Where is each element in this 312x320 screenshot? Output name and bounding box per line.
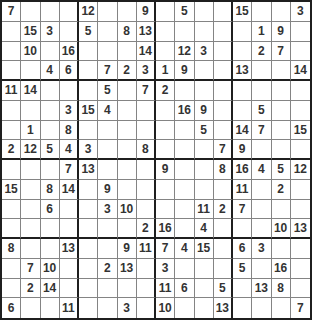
cell-r8c9[interactable] — [156, 140, 175, 160]
cell-r16c15[interactable] — [272, 298, 291, 318]
cell-r8c6[interactable] — [98, 140, 117, 160]
cell-r3c1[interactable] — [2, 42, 21, 62]
cell-r7c16[interactable]: 15 — [291, 121, 310, 141]
cell-r5c14[interactable] — [252, 81, 271, 101]
cell-r13c11[interactable]: 15 — [195, 239, 214, 259]
cell-r4c7[interactable]: 2 — [118, 61, 137, 81]
cell-r6c12[interactable] — [214, 101, 233, 121]
cell-r11c1[interactable] — [2, 200, 21, 220]
cell-r2c2[interactable]: 15 — [21, 22, 40, 42]
cell-r3c2[interactable]: 10 — [21, 42, 40, 62]
cell-r15c8[interactable] — [137, 279, 156, 299]
cell-r11c12[interactable]: 2 — [214, 200, 233, 220]
cell-r1c5[interactable]: 12 — [79, 2, 98, 22]
cell-r7c6[interactable] — [98, 121, 117, 141]
cell-r12c5[interactable] — [79, 219, 98, 239]
cell-r9c12[interactable]: 8 — [214, 160, 233, 180]
cell-r12c3[interactable] — [41, 219, 60, 239]
cell-r3c11[interactable]: 3 — [195, 42, 214, 62]
cell-r15c9[interactable]: 11 — [156, 279, 175, 299]
cell-r5c10[interactable] — [175, 81, 194, 101]
cell-r12c14[interactable] — [252, 219, 271, 239]
cell-r5c8[interactable]: 7 — [137, 81, 156, 101]
cell-r7c2[interactable]: 1 — [21, 121, 40, 141]
cell-r14c4[interactable] — [60, 259, 79, 279]
cell-r11c9[interactable] — [156, 200, 175, 220]
cell-r1c13[interactable]: 15 — [233, 2, 252, 22]
cell-r12c13[interactable] — [233, 219, 252, 239]
cell-r16c11[interactable] — [195, 298, 214, 318]
cell-r5c9[interactable]: 2 — [156, 81, 175, 101]
cell-r3c5[interactable] — [79, 42, 98, 62]
cell-r5c4[interactable] — [60, 81, 79, 101]
cell-r8c12[interactable]: 7 — [214, 140, 233, 160]
cell-r8c13[interactable]: 9 — [233, 140, 252, 160]
cell-r9c13[interactable]: 16 — [233, 160, 252, 180]
cell-r5c12[interactable] — [214, 81, 233, 101]
cell-r3c14[interactable]: 2 — [252, 42, 271, 62]
cell-r3c13[interactable] — [233, 42, 252, 62]
cell-r2c8[interactable]: 13 — [137, 22, 156, 42]
cell-r14c10[interactable] — [175, 259, 194, 279]
cell-r9c11[interactable] — [195, 160, 214, 180]
cell-r4c3[interactable]: 4 — [41, 61, 60, 81]
cell-r8c10[interactable] — [175, 140, 194, 160]
cell-r1c15[interactable] — [272, 2, 291, 22]
cell-r14c6[interactable]: 2 — [98, 259, 117, 279]
cell-r6c13[interactable] — [233, 101, 252, 121]
cell-r1c1[interactable]: 7 — [2, 2, 21, 22]
cell-r9c14[interactable]: 4 — [252, 160, 271, 180]
cell-r16c5[interactable] — [79, 298, 98, 318]
cell-r14c5[interactable] — [79, 259, 98, 279]
cell-r16c14[interactable] — [252, 298, 271, 318]
cell-r4c15[interactable] — [272, 61, 291, 81]
cell-r16c2[interactable] — [21, 298, 40, 318]
cell-r10c7[interactable] — [118, 180, 137, 200]
cell-r5c3[interactable] — [41, 81, 60, 101]
cell-r13c13[interactable]: 6 — [233, 239, 252, 259]
cell-r14c13[interactable]: 5 — [233, 259, 252, 279]
cell-r15c5[interactable] — [79, 279, 98, 299]
cell-r3c12[interactable] — [214, 42, 233, 62]
cell-r15c10[interactable]: 6 — [175, 279, 194, 299]
cell-r10c12[interactable] — [214, 180, 233, 200]
cell-r11c8[interactable] — [137, 200, 156, 220]
cell-r16c3[interactable] — [41, 298, 60, 318]
cell-r13c16[interactable] — [291, 239, 310, 259]
cell-r7c5[interactable] — [79, 121, 98, 141]
cell-r13c15[interactable] — [272, 239, 291, 259]
cell-r3c3[interactable] — [41, 42, 60, 62]
cell-r6c14[interactable]: 5 — [252, 101, 271, 121]
cell-r7c3[interactable] — [41, 121, 60, 141]
cell-r13c7[interactable]: 9 — [118, 239, 137, 259]
cell-r13c1[interactable]: 8 — [2, 239, 21, 259]
cell-r2c3[interactable]: 3 — [41, 22, 60, 42]
cell-r11c16[interactable] — [291, 200, 310, 220]
cell-r12c8[interactable]: 2 — [137, 219, 156, 239]
cell-r11c6[interactable]: 3 — [98, 200, 117, 220]
cell-r10c14[interactable] — [252, 180, 271, 200]
cell-r2c16[interactable] — [291, 22, 310, 42]
cell-r8c11[interactable] — [195, 140, 214, 160]
cell-r9c15[interactable]: 5 — [272, 160, 291, 180]
cell-r6c2[interactable] — [21, 101, 40, 121]
cell-r10c6[interactable]: 9 — [98, 180, 117, 200]
cell-r7c7[interactable] — [118, 121, 137, 141]
cell-r2c1[interactable] — [2, 22, 21, 42]
cell-r5c6[interactable]: 5 — [98, 81, 117, 101]
cell-r16c16[interactable]: 7 — [291, 298, 310, 318]
cell-r14c14[interactable] — [252, 259, 271, 279]
cell-r1c4[interactable] — [60, 2, 79, 22]
cell-r14c1[interactable] — [2, 259, 21, 279]
cell-r5c2[interactable]: 14 — [21, 81, 40, 101]
cell-r15c16[interactable] — [291, 279, 310, 299]
cell-r7c12[interactable] — [214, 121, 233, 141]
cell-r12c2[interactable] — [21, 219, 40, 239]
cell-r1c8[interactable]: 9 — [137, 2, 156, 22]
cell-r12c15[interactable]: 10 — [272, 219, 291, 239]
cell-r14c12[interactable] — [214, 259, 233, 279]
cell-r6c4[interactable]: 3 — [60, 101, 79, 121]
cell-r12c1[interactable] — [2, 219, 21, 239]
cell-r16c12[interactable]: 13 — [214, 298, 233, 318]
cell-r6c3[interactable] — [41, 101, 60, 121]
cell-r5c15[interactable] — [272, 81, 291, 101]
cell-r11c5[interactable] — [79, 200, 98, 220]
cell-r4c1[interactable] — [2, 61, 21, 81]
cell-r6c6[interactable]: 4 — [98, 101, 117, 121]
cell-r7c15[interactable] — [272, 121, 291, 141]
cell-r6c16[interactable] — [291, 101, 310, 121]
cell-r7c4[interactable]: 8 — [60, 121, 79, 141]
cell-r14c15[interactable]: 16 — [272, 259, 291, 279]
cell-r6c7[interactable] — [118, 101, 137, 121]
cell-r2c6[interactable] — [98, 22, 117, 42]
cell-r8c16[interactable] — [291, 140, 310, 160]
cell-r13c14[interactable]: 3 — [252, 239, 271, 259]
cell-r4c5[interactable] — [79, 61, 98, 81]
cell-r3c16[interactable] — [291, 42, 310, 62]
cell-r8c2[interactable]: 12 — [21, 140, 40, 160]
cell-r12c6[interactable] — [98, 219, 117, 239]
cell-r15c7[interactable] — [118, 279, 137, 299]
cell-r3c10[interactable]: 12 — [175, 42, 194, 62]
cell-r16c10[interactable] — [175, 298, 194, 318]
cell-r10c5[interactable] — [79, 180, 98, 200]
cell-r5c5[interactable] — [79, 81, 98, 101]
cell-r9c8[interactable] — [137, 160, 156, 180]
cell-r4c2[interactable] — [21, 61, 40, 81]
cell-r9c3[interactable] — [41, 160, 60, 180]
cell-r11c13[interactable]: 7 — [233, 200, 252, 220]
cell-r9c10[interactable] — [175, 160, 194, 180]
cell-r4c13[interactable]: 13 — [233, 61, 252, 81]
cell-r9c7[interactable] — [118, 160, 137, 180]
cell-r8c5[interactable]: 3 — [79, 140, 98, 160]
cell-r14c9[interactable]: 3 — [156, 259, 175, 279]
cell-r3c6[interactable] — [98, 42, 117, 62]
cell-r14c3[interactable]: 10 — [41, 259, 60, 279]
cell-r6c9[interactable] — [156, 101, 175, 121]
cell-r7c1[interactable] — [2, 121, 21, 141]
cell-r13c12[interactable] — [214, 239, 233, 259]
cell-r2c5[interactable]: 5 — [79, 22, 98, 42]
cell-r13c5[interactable] — [79, 239, 98, 259]
cell-r12c4[interactable] — [60, 219, 79, 239]
cell-r12c16[interactable]: 13 — [291, 219, 310, 239]
cell-r11c4[interactable] — [60, 200, 79, 220]
cell-r12c9[interactable]: 16 — [156, 219, 175, 239]
cell-r8c7[interactable] — [118, 140, 137, 160]
cell-r4c11[interactable] — [195, 61, 214, 81]
cell-r10c4[interactable]: 14 — [60, 180, 79, 200]
cell-r15c6[interactable] — [98, 279, 117, 299]
cell-r8c14[interactable] — [252, 140, 271, 160]
cell-r12c12[interactable] — [214, 219, 233, 239]
cell-r9c1[interactable] — [2, 160, 21, 180]
cell-r8c3[interactable]: 5 — [41, 140, 60, 160]
cell-r7c9[interactable] — [156, 121, 175, 141]
cell-r1c9[interactable] — [156, 2, 175, 22]
cell-r1c11[interactable] — [195, 2, 214, 22]
cell-r7c8[interactable] — [137, 121, 156, 141]
cell-r2c4[interactable] — [60, 22, 79, 42]
cell-r15c1[interactable] — [2, 279, 21, 299]
cell-r13c8[interactable]: 11 — [137, 239, 156, 259]
cell-r10c10[interactable] — [175, 180, 194, 200]
cell-r11c2[interactable] — [21, 200, 40, 220]
cell-r3c9[interactable] — [156, 42, 175, 62]
cell-r6c5[interactable]: 15 — [79, 101, 98, 121]
cell-r6c15[interactable] — [272, 101, 291, 121]
cell-r8c4[interactable]: 4 — [60, 140, 79, 160]
cell-r5c16[interactable] — [291, 81, 310, 101]
cell-r4c10[interactable]: 9 — [175, 61, 194, 81]
cell-r2c7[interactable]: 8 — [118, 22, 137, 42]
cell-r12c10[interactable] — [175, 219, 194, 239]
cell-r5c11[interactable] — [195, 81, 214, 101]
cell-r10c15[interactable]: 2 — [272, 180, 291, 200]
cell-r16c4[interactable]: 11 — [60, 298, 79, 318]
cell-r1c7[interactable] — [118, 2, 137, 22]
cell-r7c11[interactable]: 5 — [195, 121, 214, 141]
cell-r13c10[interactable]: 4 — [175, 239, 194, 259]
cell-r2c14[interactable]: 1 — [252, 22, 271, 42]
cell-r2c9[interactable] — [156, 22, 175, 42]
cell-r2c10[interactable] — [175, 22, 194, 42]
cell-r7c13[interactable]: 14 — [233, 121, 252, 141]
cell-r10c11[interactable] — [195, 180, 214, 200]
cell-r5c1[interactable]: 11 — [2, 81, 21, 101]
cell-r4c8[interactable]: 3 — [137, 61, 156, 81]
cell-r6c10[interactable]: 16 — [175, 101, 194, 121]
cell-r12c7[interactable] — [118, 219, 137, 239]
cell-r10c8[interactable] — [137, 180, 156, 200]
cell-r2c13[interactable] — [233, 22, 252, 42]
cell-r9c16[interactable]: 12 — [291, 160, 310, 180]
cell-r10c2[interactable] — [21, 180, 40, 200]
cell-r8c15[interactable] — [272, 140, 291, 160]
cell-r6c11[interactable]: 9 — [195, 101, 214, 121]
cell-r13c3[interactable] — [41, 239, 60, 259]
cell-r4c6[interactable]: 7 — [98, 61, 117, 81]
cell-r11c10[interactable] — [175, 200, 194, 220]
cell-r15c2[interactable]: 2 — [21, 279, 40, 299]
cell-r15c12[interactable]: 5 — [214, 279, 233, 299]
cell-r13c2[interactable] — [21, 239, 40, 259]
cell-r6c8[interactable] — [137, 101, 156, 121]
cell-r1c16[interactable]: 3 — [291, 2, 310, 22]
cell-r14c8[interactable] — [137, 259, 156, 279]
cell-r15c11[interactable] — [195, 279, 214, 299]
cell-r11c11[interactable]: 11 — [195, 200, 214, 220]
cell-r4c12[interactable] — [214, 61, 233, 81]
cell-r1c6[interactable] — [98, 2, 117, 22]
cell-r11c14[interactable] — [252, 200, 271, 220]
cell-r1c10[interactable]: 5 — [175, 2, 194, 22]
cell-r4c4[interactable]: 6 — [60, 61, 79, 81]
cell-r15c15[interactable]: 8 — [272, 279, 291, 299]
cell-r1c3[interactable] — [41, 2, 60, 22]
cell-r16c6[interactable] — [98, 298, 117, 318]
cell-r2c15[interactable]: 9 — [272, 22, 291, 42]
cell-r16c1[interactable]: 6 — [2, 298, 21, 318]
cell-r15c14[interactable]: 13 — [252, 279, 271, 299]
cell-r7c10[interactable] — [175, 121, 194, 141]
cell-r14c2[interactable]: 7 — [21, 259, 40, 279]
sudoku-board: 7129515315358131910161412327467231913141… — [0, 0, 312, 320]
cell-r11c15[interactable] — [272, 200, 291, 220]
cell-r3c8[interactable]: 14 — [137, 42, 156, 62]
cell-r4c16[interactable]: 14 — [291, 61, 310, 81]
cell-r14c11[interactable] — [195, 259, 214, 279]
cell-r15c13[interactable] — [233, 279, 252, 299]
cell-r3c4[interactable]: 16 — [60, 42, 79, 62]
cell-r1c2[interactable] — [21, 2, 40, 22]
cell-r13c6[interactable] — [98, 239, 117, 259]
cell-r12c11[interactable]: 4 — [195, 219, 214, 239]
cell-r16c9[interactable]: 10 — [156, 298, 175, 318]
cell-r3c15[interactable]: 7 — [272, 42, 291, 62]
cell-r13c9[interactable]: 7 — [156, 239, 175, 259]
cell-r9c5[interactable]: 13 — [79, 160, 98, 180]
cell-r8c8[interactable]: 8 — [137, 140, 156, 160]
cell-r1c14[interactable] — [252, 2, 271, 22]
cell-r2c11[interactable] — [195, 22, 214, 42]
cell-r9c9[interactable]: 9 — [156, 160, 175, 180]
cell-r13c4[interactable]: 13 — [60, 239, 79, 259]
cell-r10c3[interactable]: 8 — [41, 180, 60, 200]
cell-r10c16[interactable] — [291, 180, 310, 200]
cell-r5c7[interactable] — [118, 81, 137, 101]
cell-r14c7[interactable]: 13 — [118, 259, 137, 279]
cell-r9c2[interactable] — [21, 160, 40, 180]
cell-r10c9[interactable] — [156, 180, 175, 200]
cell-r11c7[interactable]: 10 — [118, 200, 137, 220]
cell-r5c13[interactable] — [233, 81, 252, 101]
cell-r10c13[interactable]: 11 — [233, 180, 252, 200]
cell-r16c13[interactable] — [233, 298, 252, 318]
cell-r15c4[interactable] — [60, 279, 79, 299]
cell-r10c1[interactable]: 15 — [2, 180, 21, 200]
cell-r2c12[interactable] — [214, 22, 233, 42]
cell-r15c3[interactable]: 14 — [41, 279, 60, 299]
cell-r4c9[interactable]: 1 — [156, 61, 175, 81]
cell-r11c3[interactable]: 6 — [41, 200, 60, 220]
cell-r16c7[interactable]: 3 — [118, 298, 137, 318]
cell-r7c14[interactable]: 7 — [252, 121, 271, 141]
cell-r9c6[interactable] — [98, 160, 117, 180]
cell-r16c8[interactable] — [137, 298, 156, 318]
cell-r14c16[interactable] — [291, 259, 310, 279]
cell-r3c7[interactable] — [118, 42, 137, 62]
cell-r4c14[interactable] — [252, 61, 271, 81]
cell-r9c4[interactable]: 7 — [60, 160, 79, 180]
cell-r8c1[interactable]: 2 — [2, 140, 21, 160]
cell-r6c1[interactable] — [2, 101, 21, 121]
cell-r1c12[interactable] — [214, 2, 233, 22]
